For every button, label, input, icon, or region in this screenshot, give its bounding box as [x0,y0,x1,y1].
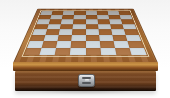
chess-box-photo [0,0,170,98]
square-b1 [39,48,56,55]
square-f1 [100,48,116,55]
square-d2 [70,41,85,48]
lid-front-edge [13,62,158,71]
chess-box-lid [13,9,158,63]
board-pinstripe-border [21,10,149,57]
square-e1 [85,48,100,55]
clasp-bottom-slot [82,82,91,84]
chessboard [24,11,147,55]
square-h2 [127,41,144,48]
square-e2 [85,41,100,48]
square-g1 [114,48,131,55]
metal-clasp-latch [78,74,95,87]
square-b2 [41,41,57,48]
ground-shadow [18,89,152,94]
square-f2 [99,41,114,48]
square-d1 [70,48,85,55]
square-h1 [129,48,147,55]
square-c2 [56,41,71,48]
square-g2 [113,41,129,48]
square-c1 [54,48,70,55]
